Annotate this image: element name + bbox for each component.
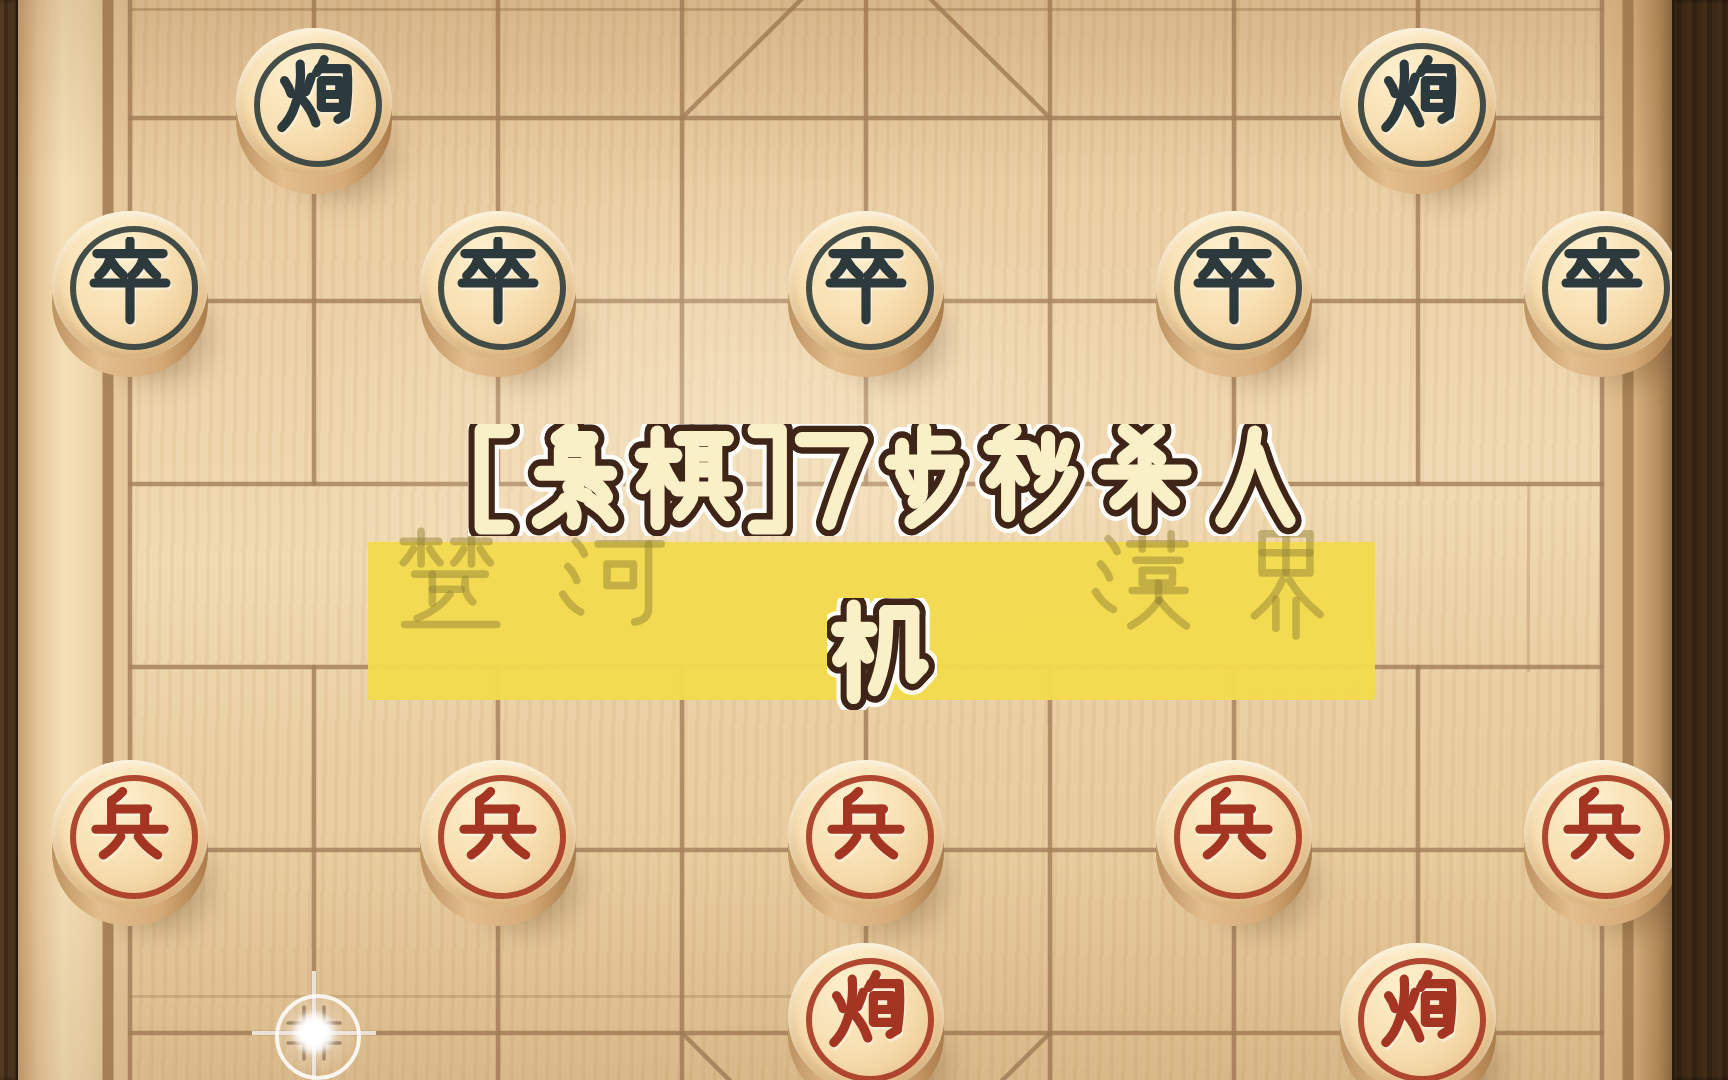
piece-red-cannon-h7[interactable] [1338,939,1498,1080]
piece-character-兵 [84,786,176,878]
piece-character-兵 [452,786,544,878]
piece-red-soldier-e6[interactable] [786,756,946,938]
piece-character-卒 [1188,237,1280,329]
piece-black-cannon-b2[interactable] [234,24,394,206]
piece-character-兵 [1188,786,1280,878]
piece-red-soldier-c6[interactable] [418,756,578,938]
piece-red-cannon-e7[interactable] [786,939,946,1080]
piece-black-soldier-i3[interactable] [1522,207,1682,389]
piece-character-炮 [268,54,360,146]
piece-character-卒 [452,237,544,329]
pieces-layer [0,0,1728,1080]
piece-character-炮 [1372,54,1464,146]
piece-black-cannon-h2[interactable] [1338,24,1498,206]
piece-character-炮 [820,969,912,1061]
piece-red-soldier-a6[interactable] [50,756,210,938]
piece-red-soldier-i6[interactable] [1522,756,1682,938]
river-banner-overlay [368,542,1375,700]
piece-character-兵 [820,786,912,878]
piece-character-卒 [820,237,912,329]
piece-character-兵 [1556,786,1648,878]
piece-character-卒 [1556,237,1648,329]
wood-frame-right [1672,0,1728,1080]
piece-black-soldier-e3[interactable] [786,207,946,389]
piece-red-soldier-g6[interactable] [1154,756,1314,938]
piece-black-soldier-g3[interactable] [1154,207,1314,389]
xiangqi-app-screen: [象棋]7步秒杀人 机 rnbakabnr/9/1c5c1/p1p1p1p1p/… [0,0,1728,1080]
piece-black-soldier-c3[interactable] [418,207,578,389]
piece-character-卒 [84,237,176,329]
piece-black-soldier-a3[interactable] [50,207,210,389]
piece-character-炮 [1372,969,1464,1061]
wood-frame-left [0,0,18,1080]
